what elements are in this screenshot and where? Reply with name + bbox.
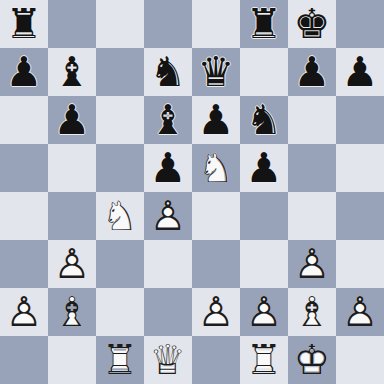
square-c7[interactable] bbox=[96, 48, 144, 96]
piece-white-king-g1[interactable]: ♚♔ bbox=[288, 336, 336, 384]
square-g5[interactable] bbox=[288, 144, 336, 192]
square-c8[interactable] bbox=[96, 0, 144, 48]
piece-white-pawn-d4[interactable]: ♟♙ bbox=[144, 192, 192, 240]
square-h8[interactable] bbox=[336, 0, 384, 48]
white-piece-outline-layer: ♕ bbox=[144, 336, 192, 384]
square-e5[interactable]: ♞♘ bbox=[192, 144, 240, 192]
piece-white-queen-d1[interactable]: ♛♕ bbox=[144, 336, 192, 384]
chess-board: ♜♜♚♟♝♞♛♟♟♟♝♟♞♟♞♘♟♞♘♟♙♟♙♟♙♟♙♝♗♟♙♟♙♝♗♟♙♜♖♛… bbox=[0, 0, 384, 384]
square-e2[interactable]: ♟♙ bbox=[192, 288, 240, 336]
square-e1[interactable] bbox=[192, 336, 240, 384]
square-b4[interactable] bbox=[48, 192, 96, 240]
square-g3[interactable]: ♟♙ bbox=[288, 240, 336, 288]
square-c4[interactable]: ♞♘ bbox=[96, 192, 144, 240]
square-d2[interactable] bbox=[144, 288, 192, 336]
piece-black-knight-f6[interactable]: ♞ bbox=[240, 96, 288, 144]
piece-black-pawn-b6[interactable]: ♟ bbox=[48, 96, 96, 144]
square-g1[interactable]: ♚♔ bbox=[288, 336, 336, 384]
piece-white-bishop-b2[interactable]: ♝♗ bbox=[48, 288, 96, 336]
piece-white-pawn-f2[interactable]: ♟♙ bbox=[240, 288, 288, 336]
white-piece-outline-layer: ♙ bbox=[192, 288, 240, 336]
square-c5[interactable] bbox=[96, 144, 144, 192]
piece-white-pawn-h2[interactable]: ♟♙ bbox=[336, 288, 384, 336]
piece-white-knight-e5[interactable]: ♞♘ bbox=[192, 144, 240, 192]
piece-white-pawn-g3[interactable]: ♟♙ bbox=[288, 240, 336, 288]
square-d8[interactable] bbox=[144, 0, 192, 48]
square-e4[interactable] bbox=[192, 192, 240, 240]
square-a8[interactable]: ♜ bbox=[0, 0, 48, 48]
square-c3[interactable] bbox=[96, 240, 144, 288]
square-f5[interactable]: ♟ bbox=[240, 144, 288, 192]
square-d6[interactable]: ♝ bbox=[144, 96, 192, 144]
square-h1[interactable] bbox=[336, 336, 384, 384]
square-c2[interactable] bbox=[96, 288, 144, 336]
square-f2[interactable]: ♟♙ bbox=[240, 288, 288, 336]
square-d3[interactable] bbox=[144, 240, 192, 288]
square-a4[interactable] bbox=[0, 192, 48, 240]
square-a3[interactable] bbox=[0, 240, 48, 288]
piece-white-pawn-e2[interactable]: ♟♙ bbox=[192, 288, 240, 336]
piece-black-queen-e7[interactable]: ♛ bbox=[192, 48, 240, 96]
square-d5[interactable]: ♟ bbox=[144, 144, 192, 192]
square-h4[interactable] bbox=[336, 192, 384, 240]
white-piece-outline-layer: ♗ bbox=[288, 288, 336, 336]
square-e7[interactable]: ♛ bbox=[192, 48, 240, 96]
square-f4[interactable] bbox=[240, 192, 288, 240]
white-piece-outline-layer: ♘ bbox=[96, 192, 144, 240]
square-g7[interactable]: ♟ bbox=[288, 48, 336, 96]
piece-black-rook-a8[interactable]: ♜ bbox=[0, 0, 48, 48]
square-f7[interactable] bbox=[240, 48, 288, 96]
square-h2[interactable]: ♟♙ bbox=[336, 288, 384, 336]
piece-black-rook-f8[interactable]: ♜ bbox=[240, 0, 288, 48]
white-piece-outline-layer: ♙ bbox=[144, 192, 192, 240]
white-piece-outline-layer: ♙ bbox=[336, 288, 384, 336]
white-piece-outline-layer: ♘ bbox=[192, 144, 240, 192]
piece-white-pawn-a2[interactable]: ♟♙ bbox=[0, 288, 48, 336]
white-piece-outline-layer: ♖ bbox=[240, 336, 288, 384]
square-g6[interactable] bbox=[288, 96, 336, 144]
piece-black-pawn-f5[interactable]: ♟ bbox=[240, 144, 288, 192]
square-d4[interactable]: ♟♙ bbox=[144, 192, 192, 240]
piece-black-pawn-e6[interactable]: ♟ bbox=[192, 96, 240, 144]
square-e6[interactable]: ♟ bbox=[192, 96, 240, 144]
square-e3[interactable] bbox=[192, 240, 240, 288]
square-f8[interactable]: ♜ bbox=[240, 0, 288, 48]
square-g2[interactable]: ♝♗ bbox=[288, 288, 336, 336]
white-piece-outline-layer: ♙ bbox=[0, 288, 48, 336]
square-d1[interactable]: ♛♕ bbox=[144, 336, 192, 384]
square-h6[interactable] bbox=[336, 96, 384, 144]
chess-board-container: ♜♜♚♟♝♞♛♟♟♟♝♟♞♟♞♘♟♞♘♟♙♟♙♟♙♟♙♝♗♟♙♟♙♝♗♟♙♜♖♛… bbox=[0, 0, 384, 384]
piece-white-knight-c4[interactable]: ♞♘ bbox=[96, 192, 144, 240]
square-a7[interactable]: ♟ bbox=[0, 48, 48, 96]
square-b7[interactable]: ♝ bbox=[48, 48, 96, 96]
square-f6[interactable]: ♞ bbox=[240, 96, 288, 144]
square-h3[interactable] bbox=[336, 240, 384, 288]
piece-black-bishop-b7[interactable]: ♝ bbox=[48, 48, 96, 96]
square-b3[interactable]: ♟♙ bbox=[48, 240, 96, 288]
square-b2[interactable]: ♝♗ bbox=[48, 288, 96, 336]
piece-black-king-g8[interactable]: ♚ bbox=[288, 0, 336, 48]
square-d7[interactable]: ♞ bbox=[144, 48, 192, 96]
piece-white-pawn-b3[interactable]: ♟♙ bbox=[48, 240, 96, 288]
white-piece-outline-layer: ♙ bbox=[240, 288, 288, 336]
square-g4[interactable] bbox=[288, 192, 336, 240]
square-a1[interactable] bbox=[0, 336, 48, 384]
piece-white-bishop-g2[interactable]: ♝♗ bbox=[288, 288, 336, 336]
square-b8[interactable] bbox=[48, 0, 96, 48]
piece-black-pawn-g7[interactable]: ♟ bbox=[288, 48, 336, 96]
white-piece-outline-layer: ♖ bbox=[96, 336, 144, 384]
square-a2[interactable]: ♟♙ bbox=[0, 288, 48, 336]
square-h5[interactable] bbox=[336, 144, 384, 192]
piece-black-knight-d7[interactable]: ♞ bbox=[144, 48, 192, 96]
square-h7[interactable]: ♟ bbox=[336, 48, 384, 96]
square-g8[interactable]: ♚ bbox=[288, 0, 336, 48]
white-piece-outline-layer: ♙ bbox=[288, 240, 336, 288]
square-e8[interactable] bbox=[192, 0, 240, 48]
square-c6[interactable] bbox=[96, 96, 144, 144]
piece-black-pawn-d5[interactable]: ♟ bbox=[144, 144, 192, 192]
square-f3[interactable] bbox=[240, 240, 288, 288]
white-piece-outline-layer: ♗ bbox=[48, 288, 96, 336]
square-b6[interactable]: ♟ bbox=[48, 96, 96, 144]
square-c1[interactable]: ♜♖ bbox=[96, 336, 144, 384]
piece-white-rook-f1[interactable]: ♜♖ bbox=[240, 336, 288, 384]
square-a6[interactable] bbox=[0, 96, 48, 144]
square-f1[interactable]: ♜♖ bbox=[240, 336, 288, 384]
square-b5[interactable] bbox=[48, 144, 96, 192]
piece-black-pawn-a7[interactable]: ♟ bbox=[0, 48, 48, 96]
white-piece-outline-layer: ♙ bbox=[48, 240, 96, 288]
square-b1[interactable] bbox=[48, 336, 96, 384]
square-a5[interactable] bbox=[0, 144, 48, 192]
white-piece-outline-layer: ♔ bbox=[288, 336, 336, 384]
piece-black-pawn-h7[interactable]: ♟ bbox=[336, 48, 384, 96]
piece-black-bishop-d6[interactable]: ♝ bbox=[144, 96, 192, 144]
piece-white-rook-c1[interactable]: ♜♖ bbox=[96, 336, 144, 384]
